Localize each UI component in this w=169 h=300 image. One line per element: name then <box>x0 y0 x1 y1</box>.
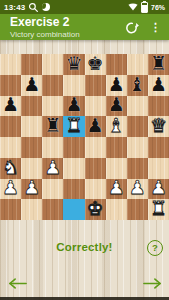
square-c5[interactable]: ♜ <box>42 116 63 137</box>
right-arrow-icon <box>142 277 163 290</box>
prev-button[interactable] <box>7 276 28 294</box>
square-d4[interactable] <box>63 137 84 158</box>
square-c1[interactable] <box>42 199 63 220</box>
square-h6[interactable] <box>148 96 169 117</box>
black-king: ♚ <box>87 54 104 73</box>
square-a1[interactable] <box>0 199 21 220</box>
battery-fill <box>142 5 147 11</box>
white-rook: ♜ <box>150 199 167 218</box>
square-b1[interactable] <box>21 199 42 220</box>
square-e1[interactable]: ♚ <box>85 199 106 220</box>
square-f1[interactable] <box>106 199 127 220</box>
square-b4[interactable] <box>21 137 42 158</box>
white-queen: ♛ <box>150 116 167 135</box>
square-h8[interactable]: ♜ <box>148 54 169 75</box>
black-bishop: ♝ <box>129 75 146 94</box>
feedback-row: Correctly! ? <box>0 241 169 259</box>
overflow-menu-button[interactable]: ⋮ <box>148 22 163 33</box>
white-pawn: ♟ <box>108 179 125 198</box>
square-c3[interactable]: ♟ <box>42 158 63 179</box>
square-h4[interactable] <box>148 137 169 158</box>
square-e8[interactable]: ♚ <box>85 54 106 75</box>
black-pawn: ♟ <box>87 116 104 135</box>
white-pawn: ♟ <box>150 179 167 198</box>
black-rook: ♜ <box>150 54 167 73</box>
white-pawn: ♟ <box>129 179 146 198</box>
black-pawn: ♟ <box>65 96 82 115</box>
refresh-icon <box>124 20 139 35</box>
white-knight: ♞ <box>2 158 19 177</box>
square-c8[interactable] <box>42 54 63 75</box>
black-pawn: ♟ <box>23 75 40 94</box>
white-pawn: ♟ <box>23 179 40 198</box>
square-f5[interactable]: ♝ <box>106 116 127 137</box>
square-e4[interactable] <box>85 137 106 158</box>
page-subtitle: Victory combination <box>10 30 80 39</box>
square-a2[interactable]: ♟ <box>0 179 21 200</box>
square-f6[interactable]: ♟ <box>106 96 127 117</box>
square-b3[interactable] <box>21 158 42 179</box>
square-h2[interactable]: ♟ <box>148 179 169 200</box>
square-a8[interactable] <box>0 54 21 75</box>
square-g4[interactable] <box>127 137 148 158</box>
black-pawn: ♟ <box>108 75 125 94</box>
square-g8[interactable] <box>127 54 148 75</box>
wifi-icon <box>128 3 138 11</box>
square-d5[interactable]: ♜ <box>63 116 84 137</box>
square-g6[interactable] <box>127 96 148 117</box>
square-a4[interactable] <box>0 137 21 158</box>
feedback-message: Correctly! <box>0 241 169 253</box>
square-a5[interactable] <box>0 116 21 137</box>
square-d6[interactable]: ♟ <box>63 96 84 117</box>
square-b8[interactable] <box>21 54 42 75</box>
black-pawn: ♟ <box>150 75 167 94</box>
square-g1[interactable] <box>127 199 148 220</box>
left-arrow-icon <box>7 277 28 290</box>
square-f2[interactable]: ♟ <box>106 179 127 200</box>
square-e7[interactable] <box>85 75 106 96</box>
square-f8[interactable] <box>106 54 127 75</box>
refresh-button[interactable] <box>124 20 139 35</box>
square-h7[interactable]: ♟ <box>148 75 169 96</box>
square-h5[interactable]: ♛ <box>148 116 169 137</box>
square-d2[interactable] <box>63 179 84 200</box>
content-area: ♛♚♜♟♟♝♟♟♟♟♜♜♟♝♛♞♟♟♟♟♟♟♚♜ Correctly! ? <box>0 40 169 300</box>
help-button[interactable]: ? <box>147 240 163 256</box>
black-pawn: ♟ <box>108 96 125 115</box>
square-c7[interactable] <box>42 75 63 96</box>
square-e3[interactable] <box>85 158 106 179</box>
square-b6[interactable] <box>21 96 42 117</box>
square-a3[interactable]: ♞ <box>0 158 21 179</box>
black-queen: ♛ <box>65 54 82 73</box>
square-g2[interactable]: ♟ <box>127 179 148 200</box>
question-icon: ? <box>152 243 158 253</box>
square-f7[interactable]: ♟ <box>106 75 127 96</box>
next-button[interactable] <box>142 276 163 294</box>
black-pawn: ♟ <box>2 96 19 115</box>
white-pawn: ♟ <box>44 158 61 177</box>
black-rook: ♜ <box>44 116 61 135</box>
square-b5[interactable] <box>21 116 42 137</box>
battery-icon <box>141 2 148 13</box>
square-d1[interactable] <box>63 199 84 220</box>
app-bar-titles: Exercise 2 Victory combination <box>10 16 80 39</box>
square-f3[interactable] <box>106 158 127 179</box>
moon-icon <box>42 3 50 11</box>
square-c2[interactable] <box>42 179 63 200</box>
page-title: Exercise 2 <box>10 16 80 29</box>
square-a6[interactable]: ♟ <box>0 96 21 117</box>
app-screen: 13:43 76% Exercise 2 Victory combination <box>0 0 169 300</box>
square-e5[interactable]: ♟ <box>85 116 106 137</box>
square-h1[interactable]: ♜ <box>148 199 169 220</box>
square-g3[interactable] <box>127 158 148 179</box>
white-pawn: ♟ <box>2 179 19 198</box>
square-g7[interactable]: ♝ <box>127 75 148 96</box>
square-c6[interactable] <box>42 96 63 117</box>
square-h3[interactable] <box>148 158 169 179</box>
square-f4[interactable] <box>106 137 127 158</box>
search-icon <box>28 2 39 13</box>
white-rook: ♜ <box>65 116 82 135</box>
square-d3[interactable] <box>63 158 84 179</box>
app-bar: Exercise 2 Victory combination ⋮ <box>0 14 169 40</box>
square-c4[interactable] <box>42 137 63 158</box>
white-bishop: ♝ <box>108 116 125 135</box>
square-a7[interactable] <box>0 75 21 96</box>
square-d7[interactable] <box>63 75 84 96</box>
battery-percent: 76% <box>151 4 165 11</box>
status-bar: 13:43 76% <box>0 0 169 14</box>
square-d8[interactable]: ♛ <box>63 54 84 75</box>
white-king: ♚ <box>87 199 104 218</box>
clock: 13:43 <box>4 3 25 12</box>
chess-board: ♛♚♜♟♟♝♟♟♟♟♜♜♟♝♛♞♟♟♟♟♟♟♚♜ <box>0 54 169 220</box>
square-b2[interactable]: ♟ <box>21 179 42 200</box>
square-g5[interactable] <box>127 116 148 137</box>
square-e2[interactable] <box>85 179 106 200</box>
square-e6[interactable] <box>85 96 106 117</box>
square-b7[interactable]: ♟ <box>21 75 42 96</box>
